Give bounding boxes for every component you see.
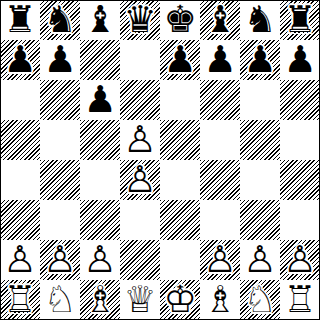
square-d8[interactable]: ♛♛ — [120, 0, 160, 40]
square-b8[interactable]: ♞♞ — [40, 0, 80, 40]
square-h7[interactable]: ♟♟ — [280, 40, 320, 80]
square-b5[interactable] — [40, 120, 80, 160]
black-pawn-icon: ♟♟ — [200, 40, 240, 80]
square-a8[interactable]: ♜♜ — [0, 0, 40, 40]
square-c8[interactable]: ♝♝ — [80, 0, 120, 40]
square-b6[interactable] — [40, 80, 80, 120]
square-c4[interactable] — [80, 160, 120, 200]
white-king-icon: ♚♔ — [160, 280, 200, 320]
white-bishop-icon: ♝♗ — [80, 280, 120, 320]
square-f2[interactable]: ♟♙ — [200, 240, 240, 280]
black-pawn-icon: ♟♟ — [160, 40, 200, 80]
square-d7[interactable] — [120, 40, 160, 80]
white-bishop-icon: ♝♗ — [200, 280, 240, 320]
square-e1[interactable]: ♚♔ — [160, 280, 200, 320]
square-a5[interactable] — [0, 120, 40, 160]
square-c2[interactable]: ♟♙ — [80, 240, 120, 280]
square-g4[interactable] — [240, 160, 280, 200]
square-f7[interactable]: ♟♟ — [200, 40, 240, 80]
square-e2[interactable] — [160, 240, 200, 280]
square-a3[interactable] — [0, 200, 40, 240]
square-d2[interactable] — [120, 240, 160, 280]
chess-diagram: ♜♜♞♞♝♝♛♛♚♚♝♝♞♞♜♜♟♟♟♟♟♟♟♟♟♟♟♟♟♟♟♙♟♙♟♙♟♙♟♙… — [0, 0, 320, 320]
white-knight-icon: ♞♘ — [240, 280, 280, 320]
square-b2[interactable]: ♟♙ — [40, 240, 80, 280]
white-knight-icon: ♞♘ — [40, 280, 80, 320]
square-b7[interactable]: ♟♟ — [40, 40, 80, 80]
white-queen-icon: ♛♕ — [120, 280, 160, 320]
square-a1[interactable]: ♜♖ — [0, 280, 40, 320]
square-h4[interactable] — [280, 160, 320, 200]
square-f6[interactable] — [200, 80, 240, 120]
square-f8[interactable]: ♝♝ — [200, 0, 240, 40]
square-e7[interactable]: ♟♟ — [160, 40, 200, 80]
square-a4[interactable] — [0, 160, 40, 200]
square-g7[interactable]: ♟♟ — [240, 40, 280, 80]
black-knight-icon: ♞♞ — [240, 0, 280, 40]
white-pawn-icon: ♟♙ — [0, 240, 40, 280]
square-c1[interactable]: ♝♗ — [80, 280, 120, 320]
white-rook-icon: ♜♖ — [280, 280, 320, 320]
black-king-icon: ♚♚ — [160, 0, 200, 40]
square-e3[interactable] — [160, 200, 200, 240]
square-d1[interactable]: ♛♕ — [120, 280, 160, 320]
white-rook-icon: ♜♖ — [0, 280, 40, 320]
square-h3[interactable] — [280, 200, 320, 240]
black-pawn-icon: ♟♟ — [240, 40, 280, 80]
square-f4[interactable] — [200, 160, 240, 200]
square-d5[interactable]: ♟♙ — [120, 120, 160, 160]
black-pawn-icon: ♟♟ — [40, 40, 80, 80]
square-e4[interactable] — [160, 160, 200, 200]
square-g3[interactable] — [240, 200, 280, 240]
white-pawn-icon: ♟♙ — [200, 240, 240, 280]
square-h2[interactable]: ♟♙ — [280, 240, 320, 280]
square-d6[interactable] — [120, 80, 160, 120]
square-d4[interactable]: ♟♙ — [120, 160, 160, 200]
square-e8[interactable]: ♚♚ — [160, 0, 200, 40]
square-g2[interactable]: ♟♙ — [240, 240, 280, 280]
square-c3[interactable] — [80, 200, 120, 240]
square-g5[interactable] — [240, 120, 280, 160]
square-h1[interactable]: ♜♖ — [280, 280, 320, 320]
black-rook-icon: ♜♜ — [280, 0, 320, 40]
square-a6[interactable] — [0, 80, 40, 120]
square-g1[interactable]: ♞♘ — [240, 280, 280, 320]
square-g8[interactable]: ♞♞ — [240, 0, 280, 40]
square-f5[interactable] — [200, 120, 240, 160]
square-e6[interactable] — [160, 80, 200, 120]
square-h8[interactable]: ♜♜ — [280, 0, 320, 40]
white-pawn-icon: ♟♙ — [80, 240, 120, 280]
black-rook-icon: ♜♜ — [0, 0, 40, 40]
square-f1[interactable]: ♝♗ — [200, 280, 240, 320]
chess-board: ♜♜♞♞♝♝♛♛♚♚♝♝♞♞♜♜♟♟♟♟♟♟♟♟♟♟♟♟♟♟♟♙♟♙♟♙♟♙♟♙… — [0, 0, 320, 320]
square-h6[interactable] — [280, 80, 320, 120]
square-d3[interactable] — [120, 200, 160, 240]
square-h5[interactable] — [280, 120, 320, 160]
square-e5[interactable] — [160, 120, 200, 160]
square-c7[interactable] — [80, 40, 120, 80]
square-b1[interactable]: ♞♘ — [40, 280, 80, 320]
square-f3[interactable] — [200, 200, 240, 240]
square-a7[interactable]: ♟♟ — [0, 40, 40, 80]
black-queen-icon: ♛♛ — [120, 0, 160, 40]
square-a2[interactable]: ♟♙ — [0, 240, 40, 280]
black-pawn-icon: ♟♟ — [0, 40, 40, 80]
square-c5[interactable] — [80, 120, 120, 160]
white-pawn-icon: ♟♙ — [240, 240, 280, 280]
white-pawn-icon: ♟♙ — [280, 240, 320, 280]
square-c6[interactable]: ♟♟ — [80, 80, 120, 120]
black-knight-icon: ♞♞ — [40, 0, 80, 40]
square-b3[interactable] — [40, 200, 80, 240]
black-bishop-icon: ♝♝ — [200, 0, 240, 40]
black-pawn-icon: ♟♟ — [80, 80, 120, 120]
white-pawn-icon: ♟♙ — [120, 120, 160, 160]
square-g6[interactable] — [240, 80, 280, 120]
black-pawn-icon: ♟♟ — [280, 40, 320, 80]
square-b4[interactable] — [40, 160, 80, 200]
black-bishop-icon: ♝♝ — [80, 0, 120, 40]
white-pawn-icon: ♟♙ — [120, 160, 160, 200]
white-pawn-icon: ♟♙ — [40, 240, 80, 280]
